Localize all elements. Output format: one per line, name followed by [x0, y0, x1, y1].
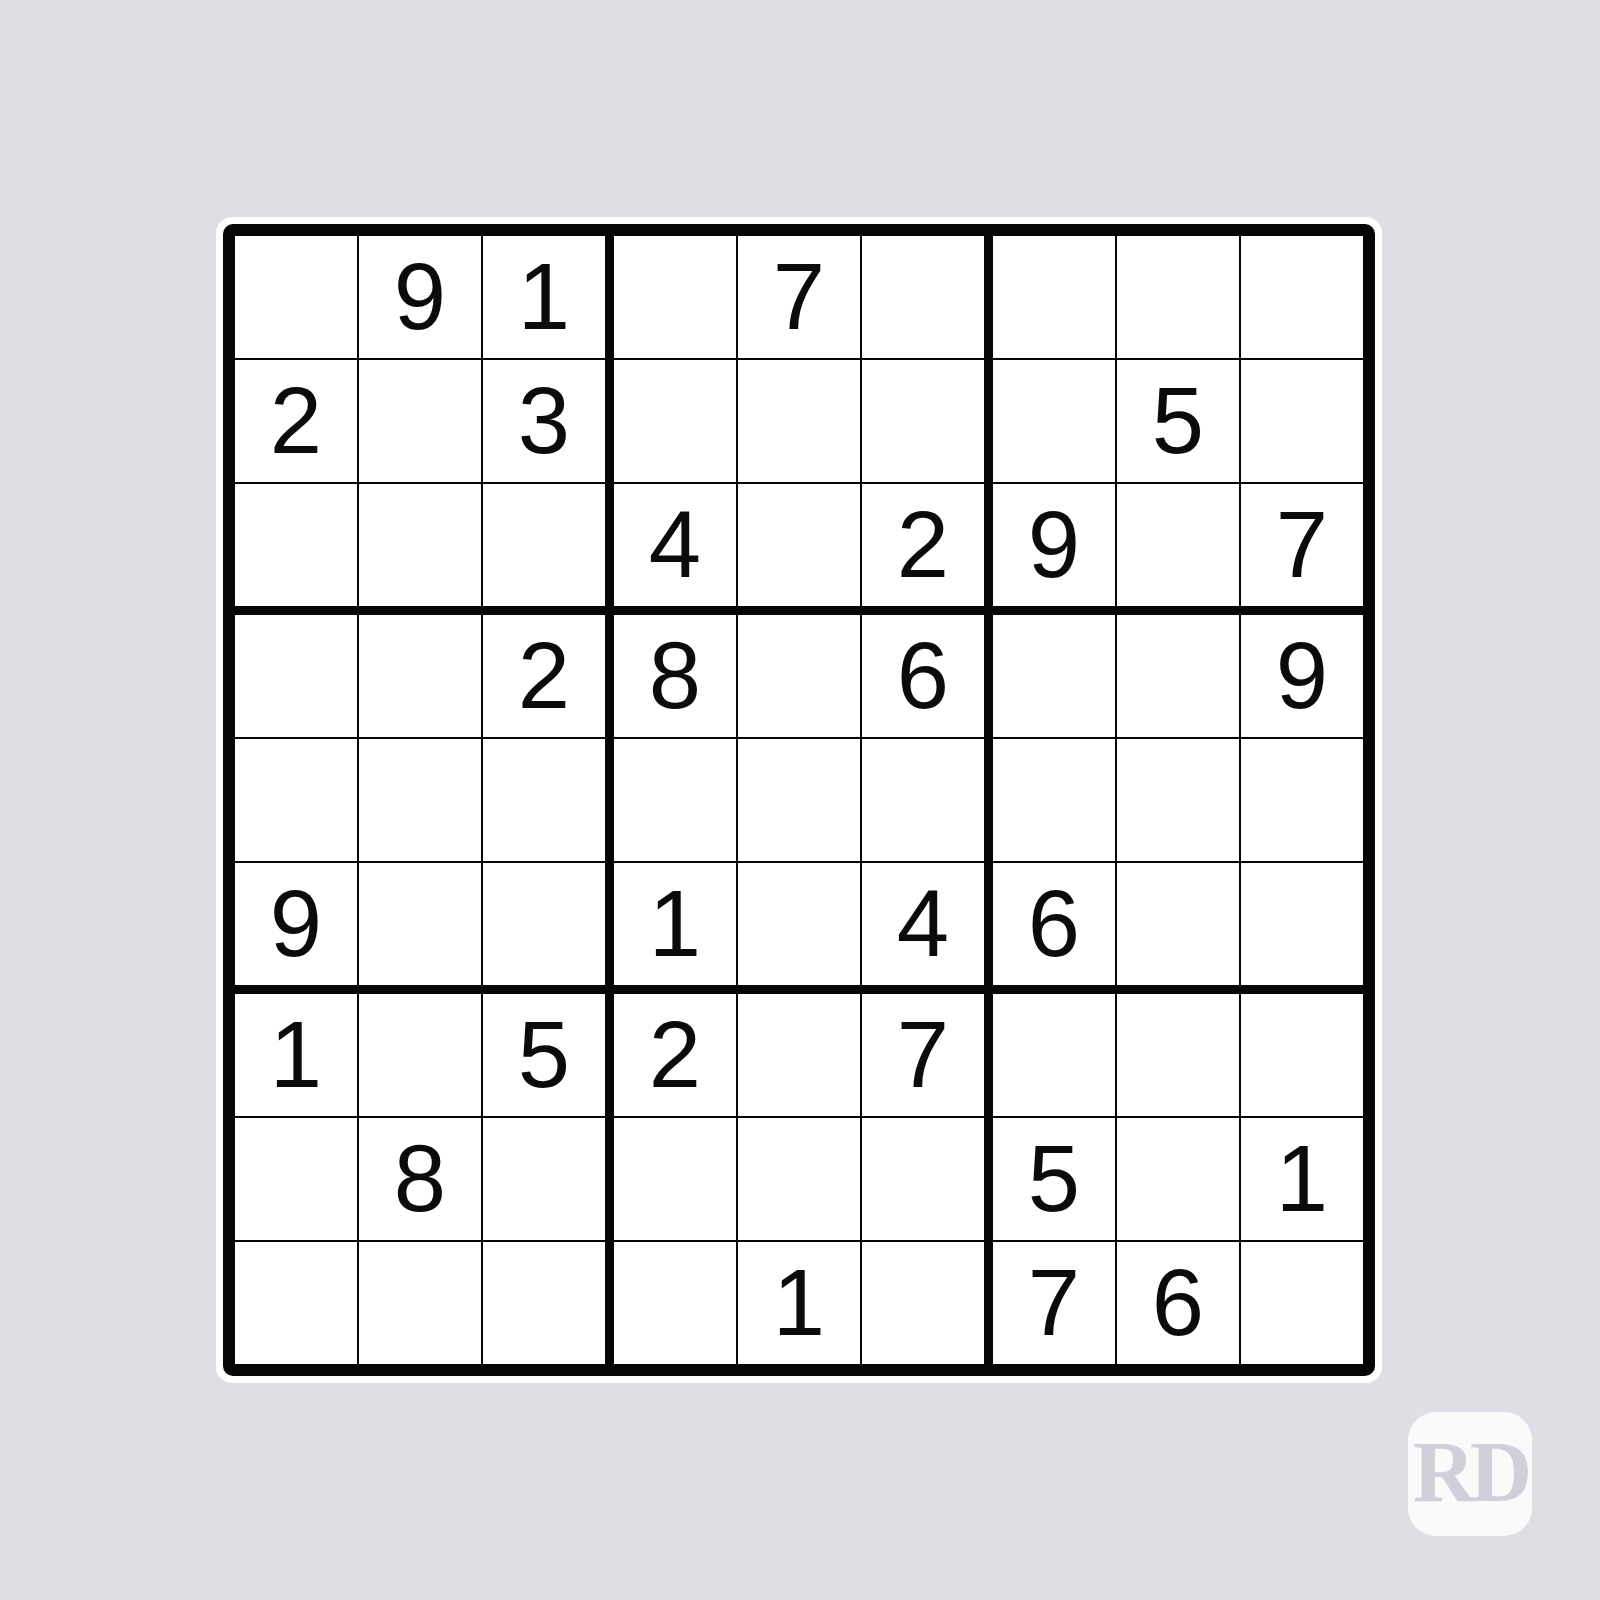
cell-r7c4[interactable]: 2 [614, 994, 736, 1116]
cell-r8c6[interactable] [862, 1118, 984, 1240]
cell-r1c3[interactable]: 1 [483, 236, 605, 358]
cell-r7c6[interactable]: 7 [862, 994, 984, 1116]
cell-r9c4[interactable] [614, 1242, 736, 1364]
cell-r9c7[interactable]: 7 [993, 1242, 1115, 1364]
cell-r3c3[interactable] [483, 484, 605, 606]
box-r1c1: 9123 [235, 236, 605, 606]
cell-r6c1[interactable]: 9 [235, 863, 357, 985]
cell-r5c3[interactable] [483, 739, 605, 861]
cell-r7c3[interactable]: 5 [483, 994, 605, 1116]
cell-r9c8[interactable]: 6 [1117, 1242, 1239, 1364]
cell-r5c6[interactable] [862, 739, 984, 861]
cell-r9c6[interactable] [862, 1242, 984, 1364]
cell-r8c3[interactable] [483, 1118, 605, 1240]
cell-r7c8[interactable] [1117, 994, 1239, 1116]
box-r2c2: 8614 [614, 615, 984, 985]
cell-r6c8[interactable] [1117, 863, 1239, 985]
cell-r4c6[interactable]: 6 [862, 615, 984, 737]
cell-r6c4[interactable]: 1 [614, 863, 736, 985]
cell-r7c9[interactable] [1241, 994, 1363, 1116]
cell-r5c8[interactable] [1117, 739, 1239, 861]
cell-r6c5[interactable] [738, 863, 860, 985]
cell-r8c9[interactable]: 1 [1241, 1118, 1363, 1240]
cell-r4c7[interactable] [993, 615, 1115, 737]
cell-r6c6[interactable]: 4 [862, 863, 984, 985]
box-r1c2: 742 [614, 236, 984, 606]
cell-r2c2[interactable] [359, 360, 481, 482]
cell-r2c8[interactable]: 5 [1117, 360, 1239, 482]
box-r3c3: 5176 [993, 994, 1363, 1364]
cell-r2c7[interactable] [993, 360, 1115, 482]
cell-r6c9[interactable] [1241, 863, 1363, 985]
cell-r8c5[interactable] [738, 1118, 860, 1240]
cell-r4c2[interactable] [359, 615, 481, 737]
cell-r9c5[interactable]: 1 [738, 1242, 860, 1364]
cell-r1c5[interactable]: 7 [738, 236, 860, 358]
cell-r9c3[interactable] [483, 1242, 605, 1364]
cell-r4c9[interactable]: 9 [1241, 615, 1363, 737]
cell-r2c5[interactable] [738, 360, 860, 482]
cell-r4c5[interactable] [738, 615, 860, 737]
cell-r6c3[interactable] [483, 863, 605, 985]
cell-r5c5[interactable] [738, 739, 860, 861]
cell-r7c1[interactable]: 1 [235, 994, 357, 1116]
cell-r2c1[interactable]: 2 [235, 360, 357, 482]
cell-r3c9[interactable]: 7 [1241, 484, 1363, 606]
cell-r4c3[interactable]: 2 [483, 615, 605, 737]
cell-r7c7[interactable] [993, 994, 1115, 1116]
cell-r1c7[interactable] [993, 236, 1115, 358]
cell-r9c2[interactable] [359, 1242, 481, 1364]
cell-r2c3[interactable]: 3 [483, 360, 605, 482]
cell-r2c4[interactable] [614, 360, 736, 482]
cell-r2c9[interactable] [1241, 360, 1363, 482]
box-r3c1: 158 [235, 994, 605, 1364]
cell-r8c1[interactable] [235, 1118, 357, 1240]
cell-r8c8[interactable] [1117, 1118, 1239, 1240]
cell-r4c4[interactable]: 8 [614, 615, 736, 737]
cell-r7c5[interactable] [738, 994, 860, 1116]
cell-r6c2[interactable] [359, 863, 481, 985]
cell-r1c2[interactable]: 9 [359, 236, 481, 358]
cell-r4c1[interactable] [235, 615, 357, 737]
rd-logo-badge: RD [1408, 1412, 1532, 1536]
cell-r6c7[interactable]: 6 [993, 863, 1115, 985]
cell-r8c4[interactable] [614, 1118, 736, 1240]
cell-r1c9[interactable] [1241, 236, 1363, 358]
box-r3c2: 271 [614, 994, 984, 1364]
sudoku-grid: 9123742597298614961582715176 [223, 224, 1375, 1376]
cell-r3c4[interactable]: 4 [614, 484, 736, 606]
cell-r3c7[interactable]: 9 [993, 484, 1115, 606]
cell-r3c6[interactable]: 2 [862, 484, 984, 606]
cell-r1c4[interactable] [614, 236, 736, 358]
cell-r1c6[interactable] [862, 236, 984, 358]
box-r1c3: 597 [993, 236, 1363, 606]
sudoku-board: 9123742597298614961582715176 [216, 217, 1382, 1383]
cell-r3c1[interactable] [235, 484, 357, 606]
cell-r4c8[interactable] [1117, 615, 1239, 737]
cell-r5c1[interactable] [235, 739, 357, 861]
cell-r3c2[interactable] [359, 484, 481, 606]
cell-r9c1[interactable] [235, 1242, 357, 1364]
cell-r9c9[interactable] [1241, 1242, 1363, 1364]
cell-r3c5[interactable] [738, 484, 860, 606]
box-r2c1: 29 [235, 615, 605, 985]
cell-r3c8[interactable] [1117, 484, 1239, 606]
cell-r1c1[interactable] [235, 236, 357, 358]
cell-r5c2[interactable] [359, 739, 481, 861]
cell-r5c7[interactable] [993, 739, 1115, 861]
cell-r5c4[interactable] [614, 739, 736, 861]
rd-logo-text: RD [1413, 1422, 1527, 1522]
cell-r8c2[interactable]: 8 [359, 1118, 481, 1240]
cell-r8c7[interactable]: 5 [993, 1118, 1115, 1240]
box-r2c3: 96 [993, 615, 1363, 985]
cell-r5c9[interactable] [1241, 739, 1363, 861]
cell-r2c6[interactable] [862, 360, 984, 482]
cell-r1c8[interactable] [1117, 236, 1239, 358]
cell-r7c2[interactable] [359, 994, 481, 1116]
